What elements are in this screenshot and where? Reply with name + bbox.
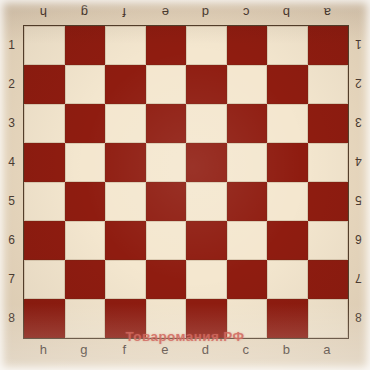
- square-g8[interactable]: [65, 299, 106, 338]
- square-f7[interactable]: [105, 260, 146, 299]
- square-b5[interactable]: [267, 182, 308, 221]
- file-bottom-label-b: b: [266, 337, 307, 362]
- square-a1[interactable]: [308, 26, 349, 65]
- rank-left-label-3: 3: [0, 103, 23, 142]
- square-c4[interactable]: [227, 143, 268, 182]
- square-a8[interactable]: [308, 299, 349, 338]
- file-bottom-label-h: h: [23, 337, 64, 362]
- square-a7[interactable]: [308, 260, 349, 299]
- square-a6[interactable]: [308, 221, 349, 260]
- square-h4[interactable]: [24, 143, 65, 182]
- rank-right-label-6: 6: [347, 220, 370, 259]
- file-bottom-label-g: g: [64, 337, 105, 362]
- square-c5[interactable]: [227, 182, 268, 221]
- square-g6[interactable]: [65, 221, 106, 260]
- square-d5[interactable]: [186, 182, 227, 221]
- square-h5[interactable]: [24, 182, 65, 221]
- rank-left-label-8: 8: [0, 298, 23, 337]
- rank-left-label-4: 4: [0, 142, 23, 181]
- square-c3[interactable]: [227, 104, 268, 143]
- square-h1[interactable]: [24, 26, 65, 65]
- rank-right-label-8: 8: [347, 298, 370, 337]
- file-bottom-label-a: a: [307, 337, 348, 362]
- square-d4[interactable]: [186, 143, 227, 182]
- square-f4[interactable]: [105, 143, 146, 182]
- file-top-label-c: c: [226, 0, 267, 25]
- square-g4[interactable]: [65, 143, 106, 182]
- square-c6[interactable]: [227, 221, 268, 260]
- rank-right-label-1: 1: [347, 25, 370, 64]
- square-f2[interactable]: [105, 65, 146, 104]
- square-e1[interactable]: [146, 26, 187, 65]
- square-f5[interactable]: [105, 182, 146, 221]
- rank-right-label-5: 5: [347, 181, 370, 220]
- chessboard-photo: hgfedcba hgfedcba 12345678 12345678 Това…: [0, 0, 370, 370]
- square-e7[interactable]: [146, 260, 187, 299]
- square-b8[interactable]: [267, 299, 308, 338]
- rank-left-label-2: 2: [0, 64, 23, 103]
- square-e5[interactable]: [146, 182, 187, 221]
- square-e3[interactable]: [146, 104, 187, 143]
- rank-left-label-7: 7: [0, 259, 23, 298]
- square-a5[interactable]: [308, 182, 349, 221]
- file-top-label-h: h: [23, 0, 64, 25]
- square-d2[interactable]: [186, 65, 227, 104]
- file-top-label-e: e: [145, 0, 186, 25]
- file-top-label-a: a: [307, 0, 348, 25]
- square-g2[interactable]: [65, 65, 106, 104]
- square-h8[interactable]: [24, 299, 65, 338]
- square-d1[interactable]: [186, 26, 227, 65]
- square-a2[interactable]: [308, 65, 349, 104]
- square-c7[interactable]: [227, 260, 268, 299]
- square-a4[interactable]: [308, 143, 349, 182]
- file-top-label-d: d: [185, 0, 226, 25]
- square-b6[interactable]: [267, 221, 308, 260]
- file-top-label-b: b: [266, 0, 307, 25]
- square-d7[interactable]: [186, 260, 227, 299]
- rank-left-label-6: 6: [0, 220, 23, 259]
- square-g3[interactable]: [65, 104, 106, 143]
- square-h6[interactable]: [24, 221, 65, 260]
- watermark-text: Товаромания.РФ: [126, 329, 245, 344]
- square-b2[interactable]: [267, 65, 308, 104]
- rank-right-label-7: 7: [347, 259, 370, 298]
- file-top-label-f: f: [104, 0, 145, 25]
- square-g5[interactable]: [65, 182, 106, 221]
- square-d3[interactable]: [186, 104, 227, 143]
- square-g1[interactable]: [65, 26, 106, 65]
- square-h7[interactable]: [24, 260, 65, 299]
- square-f1[interactable]: [105, 26, 146, 65]
- rank-left-label-5: 5: [0, 181, 23, 220]
- square-f3[interactable]: [105, 104, 146, 143]
- square-g7[interactable]: [65, 260, 106, 299]
- square-e6[interactable]: [146, 221, 187, 260]
- rank-right-label-4: 4: [347, 142, 370, 181]
- square-e4[interactable]: [146, 143, 187, 182]
- square-h3[interactable]: [24, 104, 65, 143]
- rank-right-label-3: 3: [347, 103, 370, 142]
- board-grid: [23, 25, 349, 339]
- square-a3[interactable]: [308, 104, 349, 143]
- file-labels-top: hgfedcba: [23, 0, 347, 25]
- square-d6[interactable]: [186, 221, 227, 260]
- file-top-label-g: g: [64, 0, 105, 25]
- square-b1[interactable]: [267, 26, 308, 65]
- square-b4[interactable]: [267, 143, 308, 182]
- rank-labels-right: 12345678: [347, 25, 370, 337]
- square-h2[interactable]: [24, 65, 65, 104]
- square-b7[interactable]: [267, 260, 308, 299]
- square-c2[interactable]: [227, 65, 268, 104]
- rank-labels-left: 12345678: [0, 25, 23, 337]
- square-b3[interactable]: [267, 104, 308, 143]
- square-e2[interactable]: [146, 65, 187, 104]
- square-c1[interactable]: [227, 26, 268, 65]
- rank-left-label-1: 1: [0, 25, 23, 64]
- rank-right-label-2: 2: [347, 64, 370, 103]
- square-f6[interactable]: [105, 221, 146, 260]
